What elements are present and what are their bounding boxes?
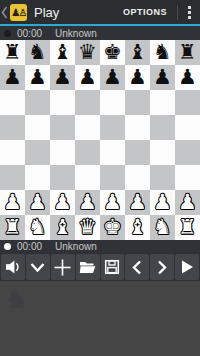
white-bishop: ♝ [53,215,72,240]
action-bar: ♟♙ Play OPTIONS [0,0,200,26]
white-rook: ♜ [3,215,22,240]
speaker-icon [5,259,21,275]
square-a3[interactable] [0,165,25,190]
square-e5[interactable] [100,115,125,140]
square-e3[interactable] [100,165,125,190]
square-h7[interactable]: ♟ [175,65,200,90]
open-button[interactable] [76,254,100,280]
square-h8[interactable]: ♜ [175,40,200,65]
square-g7[interactable]: ♟ [150,65,175,90]
black-clock-time: 00:00 [17,28,42,39]
black-pawn: ♟ [153,65,172,90]
black-knight: ♞ [28,40,47,65]
white-rook: ♜ [178,215,197,240]
square-f3[interactable] [125,165,150,190]
black-turn-indicator [4,30,11,37]
square-g8[interactable]: ♞ [150,40,175,65]
white-pawn: ♟ [128,190,147,215]
black-clock-row: 00:00 Unknown [0,26,200,40]
play-triangle-icon [180,259,194,275]
floppy-disk-icon [104,259,120,275]
square-h2[interactable]: ♟ [175,190,200,215]
square-e6[interactable] [100,90,125,115]
black-pawn: ♟ [103,65,122,90]
square-e1[interactable]: ♚ [100,215,125,240]
white-queen: ♛ [78,215,97,240]
square-f2[interactable]: ♟ [125,190,150,215]
square-g2[interactable]: ♟ [150,190,175,215]
white-clock-time: 00:00 [17,241,42,252]
square-e4[interactable] [100,140,125,165]
white-clock-row: 00:00 Unknown [0,240,200,253]
collapse-button[interactable] [26,254,50,280]
square-h3[interactable] [175,165,200,190]
square-d3[interactable] [75,165,100,190]
square-g3[interactable] [150,165,175,190]
next-move-button[interactable] [150,254,174,280]
overflow-menu-icon[interactable] [178,0,200,24]
black-queen: ♛ [78,40,97,65]
page-title: Play [34,5,113,20]
white-turn-indicator [4,243,11,250]
black-pawn: ♟ [3,65,22,90]
square-c7[interactable]: ♟ [50,65,75,90]
square-b6[interactable] [25,90,50,115]
square-a5[interactable] [0,115,25,140]
square-e7[interactable]: ♟ [100,65,125,90]
plus-icon [54,259,71,276]
square-d1[interactable]: ♛ [75,215,100,240]
new-game-button[interactable] [51,254,75,280]
square-f4[interactable] [125,140,150,165]
square-d6[interactable] [75,90,100,115]
square-c2[interactable]: ♟ [50,190,75,215]
move-toolbar [0,253,200,281]
square-d5[interactable] [75,115,100,140]
black-king: ♚ [103,40,122,65]
square-f6[interactable] [125,90,150,115]
white-pawn: ♟ [103,190,122,215]
square-g6[interactable] [150,90,175,115]
volume-button[interactable] [1,254,25,280]
square-c4[interactable] [50,140,75,165]
square-c8[interactable]: ♝ [50,40,75,65]
black-player-name: Unknown [55,28,97,39]
square-d4[interactable] [75,140,100,165]
square-c6[interactable] [50,90,75,115]
black-bishop: ♝ [128,40,147,65]
square-c5[interactable] [50,115,75,140]
white-bishop: ♝ [128,215,147,240]
options-button[interactable]: OPTIONS [113,0,177,24]
app-icon: ♟♙ [10,4,27,21]
square-f1[interactable]: ♝ [125,215,150,240]
square-b5[interactable] [25,115,50,140]
folder-open-icon [79,260,96,274]
previous-move-button[interactable] [125,254,149,280]
black-pawn: ♟ [53,65,72,90]
white-knight: ♞ [28,215,47,240]
square-b3[interactable] [25,165,50,190]
square-h6[interactable] [175,90,200,115]
chess-board[interactable]: ♜♞♝♛♚♝♞♜♟♟♟♟♟♟♟♟♟♟♟♟♟♟♟♟♜♞♝♛♚♝♞♜ [0,40,200,240]
black-pawn: ♟ [128,65,147,90]
white-pawn: ♟ [28,190,47,215]
square-a7[interactable]: ♟ [0,65,25,90]
black-rook: ♜ [3,40,22,65]
square-f8[interactable]: ♝ [125,40,150,65]
back-button[interactable] [1,6,8,19]
play-button[interactable] [175,254,199,280]
square-a8[interactable]: ♜ [0,40,25,65]
square-f5[interactable] [125,115,150,140]
square-e8[interactable]: ♚ [100,40,125,65]
white-pawn: ♟ [178,190,197,215]
square-h4[interactable] [175,140,200,165]
white-pawn: ♟ [53,190,72,215]
square-b7[interactable]: ♟ [25,65,50,90]
black-bishop: ♝ [53,40,72,65]
black-pawn: ♟ [178,65,197,90]
knight-watermark-icon: ♞ [4,283,28,314]
square-a1[interactable]: ♜ [0,215,25,240]
square-d2[interactable]: ♟ [75,190,100,215]
square-a6[interactable] [0,90,25,115]
angle-left-icon [131,260,143,275]
white-pawn: ♟ [153,190,172,215]
square-d7[interactable]: ♟ [75,65,100,90]
square-a2[interactable]: ♟ [0,190,25,215]
black-rook: ♜ [178,40,197,65]
square-h1[interactable]: ♜ [175,215,200,240]
square-b8[interactable]: ♞ [25,40,50,65]
save-button[interactable] [101,254,125,280]
square-b1[interactable]: ♞ [25,215,50,240]
square-d8[interactable]: ♛ [75,40,100,65]
black-pawn: ♟ [28,65,47,90]
white-knight: ♞ [153,215,172,240]
bottom-panel: ♞ [0,281,200,356]
angle-right-icon [156,260,168,275]
square-g4[interactable] [150,140,175,165]
square-g1[interactable]: ♞ [150,215,175,240]
white-pawn: ♟ [78,190,97,215]
chevron-down-icon [30,262,45,273]
black-knight: ♞ [153,40,172,65]
square-g5[interactable] [150,115,175,140]
square-e2[interactable]: ♟ [100,190,125,215]
black-pawn: ♟ [78,65,97,90]
square-h5[interactable] [175,115,200,140]
white-pawn: ♟ [3,190,22,215]
white-player-name: Unknown [55,241,97,252]
square-b4[interactable] [25,140,50,165]
square-a4[interactable] [0,140,25,165]
square-f7[interactable]: ♟ [125,65,150,90]
square-c1[interactable]: ♝ [50,215,75,240]
square-b2[interactable]: ♟ [25,190,50,215]
white-king: ♚ [103,215,122,240]
square-c3[interactable] [50,165,75,190]
